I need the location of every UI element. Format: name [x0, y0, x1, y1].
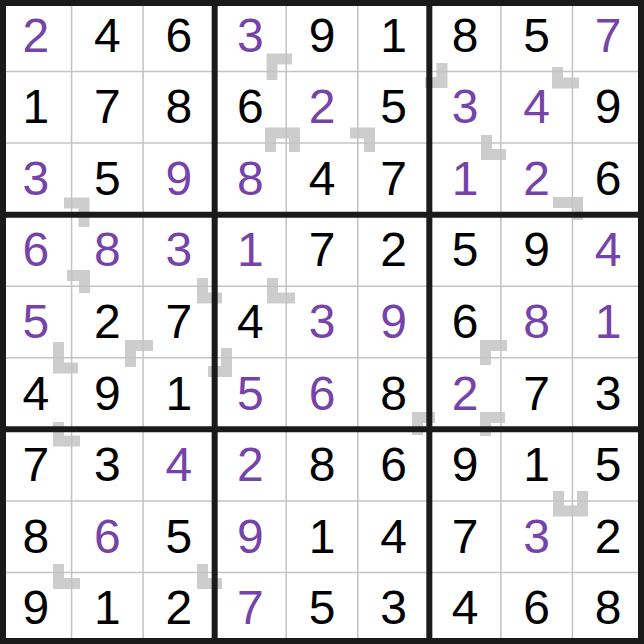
cell-r1c8[interactable]: 5 [501, 0, 573, 72]
cell-r7c9[interactable]: 5 [572, 429, 644, 501]
cell-r2c6[interactable]: 5 [358, 72, 430, 144]
cell-r2c2[interactable]: 7 [72, 72, 144, 144]
cell-r6c6[interactable]: 8 [358, 358, 430, 430]
cell-r9c1[interactable]: 9 [0, 572, 72, 644]
cell-r2c9[interactable]: 9 [572, 72, 644, 144]
cell-r9c9[interactable]: 8 [572, 572, 644, 644]
cell-r3c8[interactable]: 2 [501, 143, 573, 215]
cell-r4c7[interactable]: 5 [429, 215, 501, 287]
cell-r6c3[interactable]: 1 [143, 358, 215, 430]
cell-r7c1[interactable]: 7 [0, 429, 72, 501]
cell-r8c1[interactable]: 8 [0, 501, 72, 573]
cell-r1c5[interactable]: 9 [286, 0, 358, 72]
cell-r8c5[interactable]: 1 [286, 501, 358, 573]
cell-r7c2[interactable]: 3 [72, 429, 144, 501]
cell-r8c8[interactable]: 3 [501, 501, 573, 573]
cell-r6c1[interactable]: 4 [0, 358, 72, 430]
cell-r3c5[interactable]: 4 [286, 143, 358, 215]
cell-r3c1[interactable]: 3 [0, 143, 72, 215]
cell-r2c3[interactable]: 8 [143, 72, 215, 144]
cell-r4c2[interactable]: 8 [72, 215, 144, 287]
cell-r1c1[interactable]: 2 [0, 0, 72, 72]
cell-r4c4[interactable]: 1 [215, 215, 287, 287]
cell-r2c4[interactable]: 6 [215, 72, 287, 144]
cell-r6c8[interactable]: 7 [501, 358, 573, 430]
cell-r5c8[interactable]: 8 [501, 286, 573, 358]
cell-r7c5[interactable]: 8 [286, 429, 358, 501]
cell-r6c9[interactable]: 3 [572, 358, 644, 430]
cell-r5c2[interactable]: 2 [72, 286, 144, 358]
cell-r7c6[interactable]: 6 [358, 429, 430, 501]
cell-r4c1[interactable]: 6 [0, 215, 72, 287]
cell-r5c9[interactable]: 1 [572, 286, 644, 358]
cell-r9c6[interactable]: 3 [358, 572, 430, 644]
cell-r3c6[interactable]: 7 [358, 143, 430, 215]
cell-r9c5[interactable]: 5 [286, 572, 358, 644]
cell-r3c2[interactable]: 5 [72, 143, 144, 215]
cell-r1c3[interactable]: 6 [143, 0, 215, 72]
cell-r1c9[interactable]: 7 [572, 0, 644, 72]
cell-r9c7[interactable]: 4 [429, 572, 501, 644]
cell-r5c1[interactable]: 5 [0, 286, 72, 358]
cell-r4c3[interactable]: 3 [143, 215, 215, 287]
cell-r5c6[interactable]: 9 [358, 286, 430, 358]
cell-r6c5[interactable]: 6 [286, 358, 358, 430]
cell-r3c4[interactable]: 8 [215, 143, 287, 215]
cell-r1c6[interactable]: 1 [358, 0, 430, 72]
cell-r6c4[interactable]: 5 [215, 358, 287, 430]
cell-r7c7[interactable]: 9 [429, 429, 501, 501]
cell-r5c3[interactable]: 7 [143, 286, 215, 358]
cell-r8c3[interactable]: 5 [143, 501, 215, 573]
cell-r7c3[interactable]: 4 [143, 429, 215, 501]
cell-r1c4[interactable]: 3 [215, 0, 287, 72]
cell-r2c1[interactable]: 1 [0, 72, 72, 144]
cell-r5c5[interactable]: 3 [286, 286, 358, 358]
cell-r4c6[interactable]: 2 [358, 215, 430, 287]
cell-r2c7[interactable]: 3 [429, 72, 501, 144]
cell-r2c8[interactable]: 4 [501, 72, 573, 144]
sudoku-grid: 2463918571786253493598471266831725945274… [0, 0, 644, 644]
cell-r5c7[interactable]: 6 [429, 286, 501, 358]
cell-r8c2[interactable]: 6 [72, 501, 144, 573]
cell-r8c4[interactable]: 9 [215, 501, 287, 573]
cell-r5c4[interactable]: 4 [215, 286, 287, 358]
cell-r3c3[interactable]: 9 [143, 143, 215, 215]
cell-r6c7[interactable]: 2 [429, 358, 501, 430]
cell-r9c2[interactable]: 1 [72, 572, 144, 644]
cell-r7c8[interactable]: 1 [501, 429, 573, 501]
cell-r8c6[interactable]: 4 [358, 501, 430, 573]
sudoku-board: 2463918571786253493598471266831725945274… [0, 0, 644, 644]
cell-r9c3[interactable]: 2 [143, 572, 215, 644]
cell-r1c2[interactable]: 4 [72, 0, 144, 72]
cell-r8c9[interactable]: 2 [572, 501, 644, 573]
cell-r1c7[interactable]: 8 [429, 0, 501, 72]
cell-r6c2[interactable]: 9 [72, 358, 144, 430]
cell-r4c8[interactable]: 9 [501, 215, 573, 287]
cell-r9c8[interactable]: 6 [501, 572, 573, 644]
cell-r4c9[interactable]: 4 [572, 215, 644, 287]
cell-r3c9[interactable]: 6 [572, 143, 644, 215]
cell-r9c4[interactable]: 7 [215, 572, 287, 644]
cell-r2c5[interactable]: 2 [286, 72, 358, 144]
cell-r4c5[interactable]: 7 [286, 215, 358, 287]
cell-r3c7[interactable]: 1 [429, 143, 501, 215]
cell-r7c4[interactable]: 2 [215, 429, 287, 501]
cell-r8c7[interactable]: 7 [429, 501, 501, 573]
